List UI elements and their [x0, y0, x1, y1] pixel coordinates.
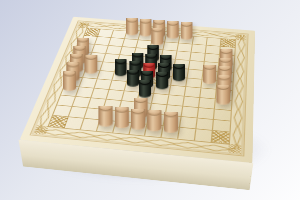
cell[interactable]	[176, 51, 192, 60]
cell[interactable]	[197, 119, 214, 131]
cell[interactable]	[213, 120, 230, 132]
attacker-piece[interactable]	[180, 22, 192, 39]
cell[interactable]	[164, 42, 179, 51]
corner-square[interactable]	[212, 131, 230, 144]
cell[interactable]	[179, 128, 197, 141]
corner-ornament	[235, 34, 245, 40]
cell[interactable]	[162, 126, 180, 139]
cell[interactable]	[198, 108, 215, 120]
cell[interactable]	[152, 94, 169, 105]
attacker-piece[interactable]	[115, 107, 129, 128]
cell[interactable]	[106, 46, 122, 55]
defender-piece[interactable]	[173, 65, 185, 82]
attacker-piece[interactable]	[99, 105, 113, 126]
board-grid	[47, 28, 236, 145]
cell[interactable]	[91, 89, 109, 100]
cell[interactable]	[97, 120, 116, 132]
attacker-piece[interactable]	[216, 85, 230, 105]
defender-piece[interactable]	[114, 60, 126, 77]
attacker-piece[interactable]	[167, 21, 179, 38]
game-box	[20, 17, 255, 163]
attacker-piece[interactable]	[85, 55, 98, 74]
cell[interactable]	[214, 110, 231, 122]
cell[interactable]	[146, 125, 164, 138]
cell[interactable]	[195, 129, 213, 142]
attacker-piece[interactable]	[63, 72, 76, 91]
cell[interactable]	[200, 89, 216, 100]
corner-ornament	[228, 144, 241, 154]
defender-piece[interactable]	[126, 70, 138, 87]
defender-piece[interactable]	[156, 72, 168, 89]
cell[interactable]	[207, 38, 222, 47]
board-surface	[29, 21, 248, 157]
cell[interactable]	[170, 86, 187, 97]
attacker-piece[interactable]	[126, 18, 138, 35]
cell[interactable]	[191, 52, 206, 61]
attacker-piece[interactable]	[140, 19, 152, 36]
attacker-piece[interactable]	[203, 65, 216, 84]
cell[interactable]	[199, 98, 216, 109]
scene	[0, 0, 300, 200]
attacker-piece[interactable]	[163, 111, 177, 132]
attacker-piece[interactable]	[147, 110, 161, 131]
attacker-piece[interactable]	[131, 108, 145, 129]
